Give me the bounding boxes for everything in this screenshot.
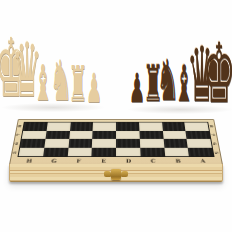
board-square: [23, 122, 47, 130]
board-square: [140, 147, 165, 156]
board-square: [22, 130, 47, 138]
board-square: [45, 130, 69, 138]
light-rook-piece: ♜: [68, 60, 88, 109]
board-front-face: [9, 164, 223, 182]
board-square: [186, 130, 211, 138]
board-square: [116, 139, 140, 148]
board-square: [19, 147, 45, 156]
file-letter: H: [16, 157, 42, 163]
file-letter: C: [141, 157, 166, 163]
rank-number: 8: [209, 125, 214, 127]
board-square: [92, 130, 116, 138]
file-letters: HGFEDCBA: [16, 156, 216, 164]
board-square: [46, 122, 70, 130]
board-square: [93, 122, 116, 130]
board-square: [92, 147, 116, 156]
file-letter: F: [66, 157, 91, 163]
file-letter: D: [116, 157, 141, 163]
board-square: [69, 130, 93, 138]
clasp-plate: [111, 169, 121, 180]
board-square: [162, 122, 186, 130]
board-square: [140, 139, 164, 148]
rank-number: 5: [13, 151, 18, 153]
file-letter: B: [165, 157, 190, 163]
rank-number: 6: [14, 142, 19, 144]
folded-chessboard: 8765 8765 HGFEDCBA: [9, 103, 223, 183]
board-square: [116, 147, 140, 156]
board-square: [139, 122, 163, 130]
board-square: [67, 147, 92, 156]
file-letter: G: [41, 157, 66, 163]
file-letter: A: [190, 157, 216, 163]
board-square: [188, 147, 214, 156]
board-top-surface: 8765 8765 HGFEDCBA: [9, 119, 223, 165]
board-square: [185, 122, 209, 130]
board-square: [187, 139, 212, 148]
board-square: [116, 122, 139, 130]
board-square: [116, 130, 140, 138]
board-square: [139, 130, 163, 138]
rank-number: 8: [18, 125, 23, 127]
rank-number: 6: [212, 142, 217, 144]
dark-king-piece: ♚: [202, 31, 232, 114]
checkerboard-grid: [17, 122, 214, 157]
board-square: [68, 139, 92, 148]
rank-number: 7: [211, 133, 216, 135]
rank-number: 5: [214, 151, 219, 153]
board-square: [92, 139, 116, 148]
file-letter: E: [91, 157, 116, 163]
board-square: [44, 139, 69, 148]
board-square: [70, 122, 94, 130]
rank-number: 7: [16, 133, 21, 135]
brass-clasp-icon: [104, 169, 128, 180]
board-square: [162, 130, 186, 138]
board-square: [163, 139, 188, 148]
clasp-right-wing: [121, 171, 128, 177]
chess-set-product-photo: ♚♛♝♞♜♟♟♜♞♝♛♚ 8765 8765 HGFEDCBA: [0, 0, 232, 232]
board-square: [164, 147, 189, 156]
clasp-left-wing: [104, 171, 111, 177]
board-square: [43, 147, 68, 156]
board-square: [20, 139, 45, 148]
